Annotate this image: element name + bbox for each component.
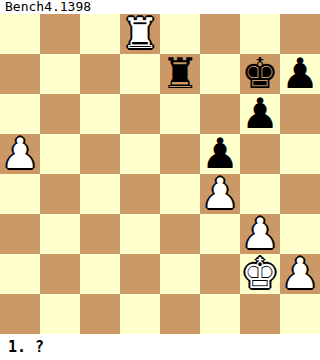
square-g6[interactable]: ♟ [240, 94, 280, 134]
square-c4[interactable] [80, 174, 120, 214]
white-king: ♚ [241, 254, 279, 294]
chess-board: ♜♜♚♟♟♟♟♟♟♚♟ [0, 14, 320, 334]
white-pawn: ♟ [1, 134, 39, 174]
square-a4[interactable] [0, 174, 40, 214]
black-king: ♚ [241, 54, 279, 94]
square-f7[interactable] [200, 54, 240, 94]
square-b6[interactable] [40, 94, 80, 134]
square-g7[interactable]: ♚ [240, 54, 280, 94]
square-e1[interactable] [160, 294, 200, 334]
square-h7[interactable]: ♟ [280, 54, 320, 94]
white-pawn: ♟ [281, 254, 319, 294]
square-h6[interactable] [280, 94, 320, 134]
square-g5[interactable] [240, 134, 280, 174]
square-b4[interactable] [40, 174, 80, 214]
square-d8[interactable]: ♜ [120, 14, 160, 54]
black-pawn: ♟ [201, 134, 239, 174]
white-pawn: ♟ [201, 174, 239, 214]
square-f4[interactable]: ♟ [200, 174, 240, 214]
square-b2[interactable] [40, 254, 80, 294]
square-g2[interactable]: ♚ [240, 254, 280, 294]
move-prompt: 1. ? [8, 337, 44, 357]
square-d5[interactable] [120, 134, 160, 174]
chess-diagram-page: Bench4.1398 ♜♜♚♟♟♟♟♟♟♚♟ 1. ? [0, 0, 320, 360]
square-f5[interactable]: ♟ [200, 134, 240, 174]
black-pawn: ♟ [241, 94, 279, 134]
square-c2[interactable] [80, 254, 120, 294]
square-c7[interactable] [80, 54, 120, 94]
square-b1[interactable] [40, 294, 80, 334]
square-g4[interactable] [240, 174, 280, 214]
square-f1[interactable] [200, 294, 240, 334]
square-c3[interactable] [80, 214, 120, 254]
square-h5[interactable] [280, 134, 320, 174]
square-c5[interactable] [80, 134, 120, 174]
square-d6[interactable] [120, 94, 160, 134]
square-f8[interactable] [200, 14, 240, 54]
square-b7[interactable] [40, 54, 80, 94]
square-g1[interactable] [240, 294, 280, 334]
square-g8[interactable] [240, 14, 280, 54]
square-b3[interactable] [40, 214, 80, 254]
square-f3[interactable] [200, 214, 240, 254]
square-g3[interactable]: ♟ [240, 214, 280, 254]
square-c6[interactable] [80, 94, 120, 134]
square-h8[interactable] [280, 14, 320, 54]
square-a6[interactable] [0, 94, 40, 134]
white-pawn: ♟ [241, 214, 279, 254]
square-f2[interactable] [200, 254, 240, 294]
square-a5[interactable]: ♟ [0, 134, 40, 174]
square-e6[interactable] [160, 94, 200, 134]
square-a8[interactable] [0, 14, 40, 54]
square-b5[interactable] [40, 134, 80, 174]
square-e8[interactable] [160, 14, 200, 54]
square-e5[interactable] [160, 134, 200, 174]
square-e2[interactable] [160, 254, 200, 294]
square-b8[interactable] [40, 14, 80, 54]
square-e7[interactable]: ♜ [160, 54, 200, 94]
square-d2[interactable] [120, 254, 160, 294]
black-rook: ♜ [161, 54, 199, 94]
square-h4[interactable] [280, 174, 320, 214]
square-e3[interactable] [160, 214, 200, 254]
white-rook: ♜ [121, 14, 159, 54]
square-a3[interactable] [0, 214, 40, 254]
square-c1[interactable] [80, 294, 120, 334]
square-a1[interactable] [0, 294, 40, 334]
square-a2[interactable] [0, 254, 40, 294]
square-e4[interactable] [160, 174, 200, 214]
square-d4[interactable] [120, 174, 160, 214]
black-pawn: ♟ [281, 54, 319, 94]
square-c8[interactable] [80, 14, 120, 54]
square-h3[interactable] [280, 214, 320, 254]
square-d7[interactable] [120, 54, 160, 94]
diagram-title: Bench4.1398 [5, 0, 91, 14]
square-f6[interactable] [200, 94, 240, 134]
square-d3[interactable] [120, 214, 160, 254]
square-h2[interactable]: ♟ [280, 254, 320, 294]
square-a7[interactable] [0, 54, 40, 94]
square-d1[interactable] [120, 294, 160, 334]
square-h1[interactable] [280, 294, 320, 334]
